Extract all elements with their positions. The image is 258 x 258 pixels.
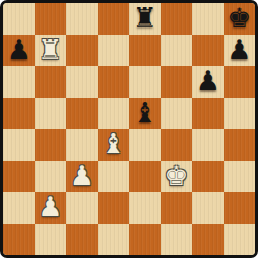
square-a8[interactable] <box>3 3 35 35</box>
black-bishop[interactable]: ♝ <box>133 99 157 126</box>
square-g2[interactable] <box>192 192 224 224</box>
square-f4[interactable] <box>161 129 193 161</box>
square-c5[interactable] <box>66 98 98 130</box>
square-b2[interactable]: ♟ <box>35 192 67 224</box>
square-a5[interactable] <box>3 98 35 130</box>
square-e8[interactable]: ♜ <box>129 3 161 35</box>
square-c3[interactable]: ♟ <box>66 161 98 193</box>
white-king[interactable]: ♚ <box>164 162 188 189</box>
white-pawn[interactable]: ♟ <box>38 193 62 220</box>
square-e4[interactable] <box>129 129 161 161</box>
square-f8[interactable] <box>161 3 193 35</box>
square-h8[interactable]: ♚ <box>224 3 256 35</box>
square-h3[interactable] <box>224 161 256 193</box>
square-h5[interactable] <box>224 98 256 130</box>
square-a3[interactable] <box>3 161 35 193</box>
square-a7[interactable]: ♟ <box>3 35 35 67</box>
square-d8[interactable] <box>98 3 130 35</box>
square-e2[interactable] <box>129 192 161 224</box>
black-king[interactable]: ♚ <box>227 4 251 31</box>
square-g5[interactable] <box>192 98 224 130</box>
chess-board-frame: ♜♚♟♜♟♟♝♝♟♚♟ <box>0 0 258 258</box>
square-c7[interactable] <box>66 35 98 67</box>
square-g6[interactable]: ♟ <box>192 66 224 98</box>
square-a1[interactable] <box>3 224 35 256</box>
square-f7[interactable] <box>161 35 193 67</box>
square-f2[interactable] <box>161 192 193 224</box>
square-f3[interactable]: ♚ <box>161 161 193 193</box>
square-d7[interactable] <box>98 35 130 67</box>
square-h1[interactable] <box>224 224 256 256</box>
square-c1[interactable] <box>66 224 98 256</box>
square-g1[interactable] <box>192 224 224 256</box>
square-b6[interactable] <box>35 66 67 98</box>
square-b7[interactable]: ♜ <box>35 35 67 67</box>
white-pawn[interactable]: ♟ <box>70 162 94 189</box>
black-rook[interactable]: ♜ <box>133 4 157 31</box>
square-a4[interactable] <box>3 129 35 161</box>
square-h6[interactable] <box>224 66 256 98</box>
square-h4[interactable] <box>224 129 256 161</box>
white-bishop[interactable]: ♝ <box>101 130 125 157</box>
square-b5[interactable] <box>35 98 67 130</box>
square-g8[interactable] <box>192 3 224 35</box>
square-h2[interactable] <box>224 192 256 224</box>
square-d3[interactable] <box>98 161 130 193</box>
square-b8[interactable] <box>35 3 67 35</box>
square-h7[interactable]: ♟ <box>224 35 256 67</box>
black-pawn[interactable]: ♟ <box>227 36 251 63</box>
square-g3[interactable] <box>192 161 224 193</box>
square-e6[interactable] <box>129 66 161 98</box>
square-e3[interactable] <box>129 161 161 193</box>
square-c4[interactable] <box>66 129 98 161</box>
square-b3[interactable] <box>35 161 67 193</box>
square-d6[interactable] <box>98 66 130 98</box>
square-a6[interactable] <box>3 66 35 98</box>
square-f6[interactable] <box>161 66 193 98</box>
square-g7[interactable] <box>192 35 224 67</box>
white-rook[interactable]: ♜ <box>38 36 62 63</box>
square-d4[interactable]: ♝ <box>98 129 130 161</box>
square-f1[interactable] <box>161 224 193 256</box>
square-b1[interactable] <box>35 224 67 256</box>
black-pawn[interactable]: ♟ <box>7 36 31 63</box>
square-e5[interactable]: ♝ <box>129 98 161 130</box>
square-f5[interactable] <box>161 98 193 130</box>
square-c6[interactable] <box>66 66 98 98</box>
square-c8[interactable] <box>66 3 98 35</box>
square-c2[interactable] <box>66 192 98 224</box>
square-e7[interactable] <box>129 35 161 67</box>
square-d2[interactable] <box>98 192 130 224</box>
square-b4[interactable] <box>35 129 67 161</box>
square-g4[interactable] <box>192 129 224 161</box>
square-e1[interactable] <box>129 224 161 256</box>
square-d5[interactable] <box>98 98 130 130</box>
square-d1[interactable] <box>98 224 130 256</box>
black-pawn[interactable]: ♟ <box>196 67 220 94</box>
square-a2[interactable] <box>3 192 35 224</box>
chess-board: ♜♚♟♜♟♟♝♝♟♚♟ <box>3 3 255 255</box>
